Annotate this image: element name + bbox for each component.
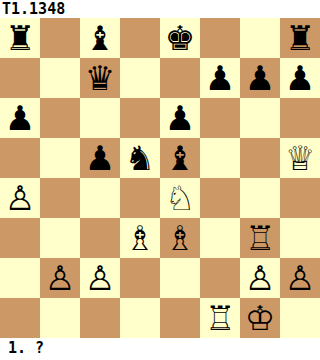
black-pawn-piece: ♟ — [85, 138, 115, 178]
black-king-piece: ♚ — [165, 18, 195, 58]
square-g2[interactable]: ♙ — [240, 258, 280, 298]
black-pawn-piece: ♟ — [165, 98, 195, 138]
puzzle-id-label: T1.1348 — [0, 0, 320, 18]
square-g6[interactable] — [240, 98, 280, 138]
square-c2[interactable]: ♙ — [80, 258, 120, 298]
square-f4[interactable] — [200, 178, 240, 218]
chess-board: ♜♝♚♜♛♟♟♟♟♟♟♞♝♕♙♘♗♗♖♙♙♙♙♖♔ — [0, 18, 320, 338]
square-e7[interactable] — [160, 58, 200, 98]
white-king-piece: ♔ — [245, 298, 275, 338]
move-prompt: 1. ? — [0, 338, 320, 360]
black-queen-piece: ♛ — [85, 58, 115, 98]
square-f7[interactable]: ♟ — [200, 58, 240, 98]
square-c8[interactable]: ♝ — [80, 18, 120, 58]
white-bishop-piece: ♗ — [165, 218, 195, 258]
square-b2[interactable]: ♙ — [40, 258, 80, 298]
white-pawn-piece: ♙ — [285, 258, 315, 298]
white-pawn-piece: ♙ — [45, 258, 75, 298]
square-f3[interactable] — [200, 218, 240, 258]
square-f1[interactable]: ♖ — [200, 298, 240, 338]
square-h5[interactable]: ♕ — [280, 138, 320, 178]
black-bishop-piece: ♝ — [85, 18, 115, 58]
white-pawn-piece: ♙ — [245, 258, 275, 298]
square-b3[interactable] — [40, 218, 80, 258]
square-a1[interactable] — [0, 298, 40, 338]
square-f2[interactable] — [200, 258, 240, 298]
square-h8[interactable]: ♜ — [280, 18, 320, 58]
square-d5[interactable]: ♞ — [120, 138, 160, 178]
white-queen-piece: ♕ — [285, 138, 315, 178]
square-c3[interactable] — [80, 218, 120, 258]
black-pawn-piece: ♟ — [285, 58, 315, 98]
square-g5[interactable] — [240, 138, 280, 178]
black-rook-piece: ♜ — [285, 18, 315, 58]
black-pawn-piece: ♟ — [245, 58, 275, 98]
square-b6[interactable] — [40, 98, 80, 138]
square-h3[interactable] — [280, 218, 320, 258]
white-rook-piece: ♖ — [205, 298, 235, 338]
square-c4[interactable] — [80, 178, 120, 218]
chess-diagram: T1.1348 ♜♝♚♜♛♟♟♟♟♟♟♞♝♕♙♘♗♗♖♙♙♙♙♖♔ 1. ? — [0, 0, 320, 360]
square-g3[interactable]: ♖ — [240, 218, 280, 258]
square-a5[interactable] — [0, 138, 40, 178]
square-h4[interactable] — [280, 178, 320, 218]
square-b5[interactable] — [40, 138, 80, 178]
square-b4[interactable] — [40, 178, 80, 218]
white-knight-piece: ♘ — [165, 178, 195, 218]
square-c1[interactable] — [80, 298, 120, 338]
square-h1[interactable] — [280, 298, 320, 338]
square-a8[interactable]: ♜ — [0, 18, 40, 58]
square-b8[interactable] — [40, 18, 80, 58]
square-e8[interactable]: ♚ — [160, 18, 200, 58]
black-bishop-piece: ♝ — [165, 138, 195, 178]
square-d3[interactable]: ♗ — [120, 218, 160, 258]
square-c7[interactable]: ♛ — [80, 58, 120, 98]
black-pawn-piece: ♟ — [205, 58, 235, 98]
white-rook-piece: ♖ — [245, 218, 275, 258]
square-a4[interactable]: ♙ — [0, 178, 40, 218]
square-d6[interactable] — [120, 98, 160, 138]
square-b7[interactable] — [40, 58, 80, 98]
square-b1[interactable] — [40, 298, 80, 338]
square-e4[interactable]: ♘ — [160, 178, 200, 218]
square-e1[interactable] — [160, 298, 200, 338]
black-pawn-piece: ♟ — [5, 98, 35, 138]
square-d2[interactable] — [120, 258, 160, 298]
square-e6[interactable]: ♟ — [160, 98, 200, 138]
square-d7[interactable] — [120, 58, 160, 98]
square-g8[interactable] — [240, 18, 280, 58]
square-d8[interactable] — [120, 18, 160, 58]
square-g1[interactable]: ♔ — [240, 298, 280, 338]
black-knight-piece: ♞ — [125, 138, 155, 178]
square-e2[interactable] — [160, 258, 200, 298]
square-g7[interactable]: ♟ — [240, 58, 280, 98]
square-a2[interactable] — [0, 258, 40, 298]
square-c5[interactable]: ♟ — [80, 138, 120, 178]
white-bishop-piece: ♗ — [125, 218, 155, 258]
square-h6[interactable] — [280, 98, 320, 138]
square-a7[interactable] — [0, 58, 40, 98]
square-h7[interactable]: ♟ — [280, 58, 320, 98]
square-f6[interactable] — [200, 98, 240, 138]
white-pawn-piece: ♙ — [5, 178, 35, 218]
square-d4[interactable] — [120, 178, 160, 218]
square-c6[interactable] — [80, 98, 120, 138]
black-rook-piece: ♜ — [5, 18, 35, 58]
square-e5[interactable]: ♝ — [160, 138, 200, 178]
square-h2[interactable]: ♙ — [280, 258, 320, 298]
square-e3[interactable]: ♗ — [160, 218, 200, 258]
square-g4[interactable] — [240, 178, 280, 218]
square-f8[interactable] — [200, 18, 240, 58]
square-a6[interactable]: ♟ — [0, 98, 40, 138]
square-d1[interactable] — [120, 298, 160, 338]
white-pawn-piece: ♙ — [85, 258, 115, 298]
square-a3[interactable] — [0, 218, 40, 258]
square-f5[interactable] — [200, 138, 240, 178]
